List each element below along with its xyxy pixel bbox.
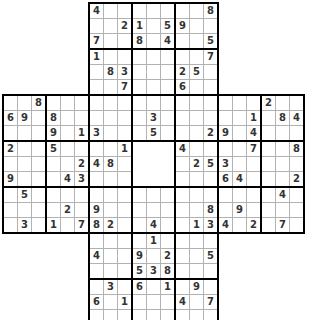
cell-r9c14[interactable]	[190, 126, 204, 142]
void-space	[276, 3, 290, 19]
cell-r3c14[interactable]	[190, 34, 204, 50]
cell-r19c8[interactable]: 3	[104, 279, 118, 295]
cell-r20c12[interactable]	[161, 295, 176, 310]
cell-r11c8[interactable]: 8	[104, 157, 118, 172]
cell-r13c17[interactable]	[233, 187, 247, 203]
cell-r3c10[interactable]: 8	[132, 34, 147, 50]
cell-r8c2[interactable]: 9	[18, 111, 32, 126]
cell-r16c8[interactable]	[104, 233, 118, 249]
cell-r15c8[interactable]: 2	[104, 218, 118, 234]
void-space	[61, 3, 75, 19]
cell-r12c6[interactable]: 3	[75, 172, 90, 188]
cell-r14c11[interactable]	[147, 203, 161, 218]
cell-r12c20[interactable]	[276, 172, 290, 188]
cell-r4c10[interactable]	[132, 49, 147, 65]
void-space	[18, 249, 32, 264]
cell-r13c8[interactable]	[104, 187, 118, 203]
cell-r11c9[interactable]	[118, 157, 133, 172]
cell-r7c9[interactable]	[118, 95, 133, 111]
cell-r10c19[interactable]	[261, 141, 276, 157]
cell-r11c15[interactable]: 5	[204, 157, 219, 172]
cell-r9c12[interactable]	[161, 126, 176, 142]
cell-r11c6[interactable]: 2	[75, 157, 90, 172]
cell-r7c17[interactable]	[233, 95, 247, 111]
cell-r13c2[interactable]: 5	[18, 187, 32, 203]
cell-r7c13[interactable]	[175, 95, 190, 111]
cell-r12c3[interactable]	[32, 172, 47, 188]
cell-r18c11[interactable]: 3	[147, 264, 161, 280]
cell-r2c10[interactable]: 1	[132, 19, 147, 34]
cell-r13c7[interactable]	[89, 187, 104, 203]
cell-r15c13[interactable]	[175, 218, 190, 234]
cell-r4c15[interactable]: 7	[204, 49, 219, 65]
cell-r13c20[interactable]: 4	[276, 187, 290, 203]
cell-r7c18[interactable]	[247, 95, 262, 111]
cell-r16c7[interactable]	[89, 233, 104, 249]
cell-r19c11[interactable]	[147, 279, 161, 295]
cell-r3c15[interactable]: 5	[204, 34, 219, 50]
cell-r3c9[interactable]	[118, 34, 133, 50]
cell-r3c7[interactable]: 7	[89, 34, 104, 50]
cell-r9c4[interactable]: 9	[46, 126, 61, 142]
cell-r9c21[interactable]	[290, 126, 305, 142]
cell-r5c7[interactable]	[89, 65, 104, 80]
cell-r8c5[interactable]	[61, 111, 75, 126]
cell-r15c15[interactable]: 3	[204, 218, 219, 234]
cell-r11c7[interactable]: 4	[89, 157, 104, 172]
cell-r8c14[interactable]	[190, 111, 204, 126]
cell-r9c2[interactable]	[18, 126, 32, 142]
cell-r15c14[interactable]: 1	[190, 218, 204, 234]
cell-r10c2[interactable]	[18, 141, 32, 157]
cell-r6c15[interactable]	[204, 80, 219, 96]
cell-r6c10[interactable]	[132, 80, 147, 96]
cell-r15c12[interactable]	[161, 218, 176, 234]
cell-r1c11[interactable]	[147, 3, 161, 19]
cell-r20c11[interactable]	[147, 295, 161, 310]
cell-r7c10[interactable]	[132, 95, 147, 111]
cell-r14c5[interactable]: 2	[61, 203, 75, 218]
cell-r11c3[interactable]	[32, 157, 47, 172]
cell-r9c7[interactable]: 3	[89, 126, 104, 142]
cell-r7c14[interactable]	[190, 95, 204, 111]
cell-r6c12[interactable]	[161, 80, 176, 96]
cell-r13c5[interactable]	[61, 187, 75, 203]
cell-r2c11[interactable]	[147, 19, 161, 34]
cell-r10c17[interactable]	[233, 141, 247, 157]
cell-r15c11[interactable]: 4	[147, 218, 161, 234]
cell-r14c15[interactable]: 8	[204, 203, 219, 218]
cell-r17c8[interactable]	[104, 249, 118, 264]
cell-r10c6[interactable]	[75, 141, 90, 157]
cell-r21c7[interactable]	[89, 310, 104, 320]
cell-r4c12[interactable]	[161, 49, 176, 65]
cell-r14c20[interactable]	[276, 203, 290, 218]
cell-r12c1[interactable]: 9	[3, 172, 18, 188]
cell-r5c12[interactable]	[161, 65, 176, 80]
cell-r12c17[interactable]: 4	[233, 172, 247, 188]
cell-r1c15[interactable]: 8	[204, 3, 219, 19]
cell-r13c9[interactable]	[118, 187, 133, 203]
cell-r13c19[interactable]	[261, 187, 276, 203]
cell-r7c2[interactable]	[18, 95, 32, 111]
cell-r9c18[interactable]: 4	[247, 126, 262, 142]
cell-r12c15[interactable]	[204, 172, 219, 188]
cell-r1c12[interactable]	[161, 3, 176, 19]
cell-r8c10[interactable]	[132, 111, 147, 126]
cell-r15c16[interactable]: 4	[218, 218, 233, 234]
cell-r14c21[interactable]	[290, 203, 305, 218]
cell-r4c9[interactable]	[118, 49, 133, 65]
cell-r20c15[interactable]: 7	[204, 295, 219, 310]
cell-r15c2[interactable]: 3	[18, 218, 32, 234]
cell-r19c7[interactable]	[89, 279, 104, 295]
cell-r21c11[interactable]	[147, 310, 161, 320]
cell-r7c3[interactable]: 8	[32, 95, 47, 111]
cell-r16c9[interactable]	[118, 233, 133, 249]
cell-r13c11[interactable]	[147, 187, 161, 203]
cell-r7c16[interactable]	[218, 95, 233, 111]
cell-r11c2[interactable]	[18, 157, 32, 172]
cell-r21c9[interactable]	[118, 310, 133, 320]
cell-r16c10[interactable]	[132, 233, 147, 249]
cell-r2c7[interactable]	[89, 19, 104, 34]
cell-r11c21[interactable]	[290, 157, 305, 172]
cell-r1c8[interactable]	[104, 3, 118, 19]
cell-r3c11[interactable]	[147, 34, 161, 50]
cell-r9c9[interactable]	[118, 126, 133, 142]
cell-r9c10[interactable]	[132, 126, 147, 142]
cell-r17c11[interactable]	[147, 249, 161, 264]
cell-r10c21[interactable]: 8	[290, 141, 305, 157]
cell-r11c16[interactable]: 3	[218, 157, 233, 172]
cell-r10c7[interactable]	[89, 141, 104, 157]
void-space	[218, 34, 233, 50]
cell-r6c14[interactable]	[190, 80, 204, 96]
cell-r9c19[interactable]	[261, 126, 276, 142]
cell-r8c7[interactable]	[89, 111, 104, 126]
cell-r1c7[interactable]: 4	[89, 3, 104, 19]
cell-r1c9[interactable]	[118, 3, 133, 19]
cell-r4c13[interactable]	[175, 49, 190, 65]
cell-r13c14[interactable]	[190, 187, 204, 203]
void-space	[132, 157, 147, 172]
cell-r10c16[interactable]	[218, 141, 233, 157]
cell-r12c4[interactable]	[46, 172, 61, 188]
cell-r4c7[interactable]: 1	[89, 49, 104, 65]
cell-r8c19[interactable]	[261, 111, 276, 126]
cell-r11c19[interactable]	[261, 157, 276, 172]
cell-r14c17[interactable]: 9	[233, 203, 247, 218]
cell-r13c15[interactable]	[204, 187, 219, 203]
cell-r12c21[interactable]: 2	[290, 172, 305, 188]
cell-r4c14[interactable]	[190, 49, 204, 65]
cell-r8c1[interactable]: 6	[3, 111, 18, 126]
cell-r10c14[interactable]	[190, 141, 204, 157]
cell-r16c11[interactable]: 1	[147, 233, 161, 249]
cell-r15c5[interactable]	[61, 218, 75, 234]
cell-r8c6[interactable]	[75, 111, 90, 126]
void-space	[233, 279, 247, 295]
cell-r6c8[interactable]	[104, 80, 118, 96]
cell-r14c9[interactable]	[118, 203, 133, 218]
cell-r10c3[interactable]	[32, 141, 47, 157]
void-space	[276, 295, 290, 310]
cell-r10c18[interactable]: 7	[247, 141, 262, 157]
void-space	[261, 65, 276, 80]
cell-r12c18[interactable]	[247, 172, 262, 188]
cell-r21c13[interactable]	[175, 310, 190, 320]
cell-r12c19[interactable]	[261, 172, 276, 188]
cell-r12c14[interactable]	[190, 172, 204, 188]
cell-r18c15[interactable]	[204, 264, 219, 280]
cell-r5c11[interactable]	[147, 65, 161, 80]
cell-r18c7[interactable]	[89, 264, 104, 280]
cell-r15c19[interactable]	[261, 218, 276, 234]
cell-r12c5[interactable]: 4	[61, 172, 75, 188]
cell-r15c9[interactable]	[118, 218, 133, 234]
cell-r7c15[interactable]	[204, 95, 219, 111]
cell-r5c13[interactable]: 2	[175, 65, 190, 80]
cell-r17c12[interactable]: 2	[161, 249, 176, 264]
cell-r20c14[interactable]	[190, 295, 204, 310]
cell-r2c15[interactable]	[204, 19, 219, 34]
cell-r7c5[interactable]	[61, 95, 75, 111]
cell-r4c11[interactable]	[147, 49, 161, 65]
cell-r21c10[interactable]	[132, 310, 147, 320]
cell-r9c20[interactable]	[276, 126, 290, 142]
cell-r10c9[interactable]: 1	[118, 141, 133, 157]
cell-r3c8[interactable]	[104, 34, 118, 50]
cell-r20c8[interactable]	[104, 295, 118, 310]
cell-r14c12[interactable]	[161, 203, 176, 218]
cell-r19c12[interactable]: 1	[161, 279, 176, 295]
cell-r13c12[interactable]	[161, 187, 176, 203]
cell-r14c13[interactable]	[175, 203, 190, 218]
cell-r12c8[interactable]	[104, 172, 118, 188]
cell-r11c13[interactable]	[175, 157, 190, 172]
cell-r17c10[interactable]: 9	[132, 249, 147, 264]
cell-r5c14[interactable]: 5	[190, 65, 204, 80]
cell-r2c8[interactable]	[104, 19, 118, 34]
cell-r12c2[interactable]	[18, 172, 32, 188]
cell-r10c5[interactable]	[61, 141, 75, 157]
cell-r18c14[interactable]	[190, 264, 204, 280]
cell-r5c10[interactable]	[132, 65, 147, 80]
cell-r9c8[interactable]	[104, 126, 118, 142]
cell-r10c13[interactable]: 4	[175, 141, 190, 157]
cell-r13c21[interactable]	[290, 187, 305, 203]
cell-r18c8[interactable]	[104, 264, 118, 280]
cell-r11c5[interactable]	[61, 157, 75, 172]
cell-r14c6[interactable]	[75, 203, 90, 218]
cell-r4c8[interactable]	[104, 49, 118, 65]
cell-r8c8[interactable]	[104, 111, 118, 126]
cell-r15c17[interactable]	[233, 218, 247, 234]
cell-r14c10[interactable]	[132, 203, 147, 218]
cell-r18c10[interactable]: 5	[132, 264, 147, 280]
cell-r8c15[interactable]	[204, 111, 219, 126]
cell-r15c3[interactable]	[32, 218, 47, 234]
cell-r9c6[interactable]: 1	[75, 126, 90, 142]
cell-r8c13[interactable]	[175, 111, 190, 126]
cell-r13c16[interactable]	[218, 187, 233, 203]
void-space	[247, 295, 262, 310]
cell-r8c16[interactable]	[218, 111, 233, 126]
cell-r8c4[interactable]: 8	[46, 111, 61, 126]
cell-r13c4[interactable]	[46, 187, 61, 203]
cell-r14c19[interactable]	[261, 203, 276, 218]
cell-r6c9[interactable]: 7	[118, 80, 133, 96]
cell-r19c9[interactable]	[118, 279, 133, 295]
cell-r2c14[interactable]	[190, 19, 204, 34]
cell-r7c19[interactable]: 2	[261, 95, 276, 111]
cell-r1c14[interactable]	[190, 3, 204, 19]
cell-r2c12[interactable]: 5	[161, 19, 176, 34]
cell-r19c14[interactable]: 9	[190, 279, 204, 295]
cell-r17c9[interactable]	[118, 249, 133, 264]
cell-r9c1[interactable]	[3, 126, 18, 142]
cell-r6c13[interactable]: 6	[175, 80, 190, 96]
cell-r1c10[interactable]	[132, 3, 147, 19]
cell-r9c17[interactable]	[233, 126, 247, 142]
cell-r9c5[interactable]	[61, 126, 75, 142]
cell-r2c13[interactable]: 9	[175, 19, 190, 34]
cell-r12c13[interactable]	[175, 172, 190, 188]
cell-r14c4[interactable]	[46, 203, 61, 218]
cell-r7c11[interactable]	[147, 95, 161, 111]
cell-r8c11[interactable]: 3	[147, 111, 161, 126]
void-space	[75, 49, 90, 65]
cell-r15c20[interactable]: 7	[276, 218, 290, 234]
cell-r7c20[interactable]	[276, 95, 290, 111]
cell-r13c10[interactable]	[132, 187, 147, 203]
cell-r13c3[interactable]	[32, 187, 47, 203]
cell-r7c6[interactable]	[75, 95, 90, 111]
cell-r15c6[interactable]: 7	[75, 218, 90, 234]
cell-r8c3[interactable]	[32, 111, 47, 126]
cell-r13c18[interactable]	[247, 187, 262, 203]
cell-r19c13[interactable]	[175, 279, 190, 295]
cell-r8c18[interactable]: 1	[247, 111, 262, 126]
cell-r5c15[interactable]	[204, 65, 219, 80]
cell-r17c7[interactable]: 4	[89, 249, 104, 264]
cell-r16c15[interactable]	[204, 233, 219, 249]
cell-r17c13[interactable]	[175, 249, 190, 264]
cell-r21c8[interactable]	[104, 310, 118, 320]
cell-r11c14[interactable]: 2	[190, 157, 204, 172]
cell-r15c1[interactable]	[3, 218, 18, 234]
cell-r15c21[interactable]	[290, 218, 305, 234]
cell-r19c10[interactable]: 6	[132, 279, 147, 295]
cell-r20c13[interactable]: 4	[175, 295, 190, 310]
cell-r15c7[interactable]: 8	[89, 218, 104, 234]
cell-r20c10[interactable]	[132, 295, 147, 310]
cell-r10c20[interactable]	[276, 141, 290, 157]
cell-r15c10[interactable]	[132, 218, 147, 234]
void-space	[276, 80, 290, 96]
cell-r7c21[interactable]	[290, 95, 305, 111]
cell-r13c6[interactable]	[75, 187, 90, 203]
cell-r1c13[interactable]	[175, 3, 190, 19]
void-space	[290, 310, 305, 320]
cell-r14c7[interactable]: 9	[89, 203, 104, 218]
cell-r18c9[interactable]	[118, 264, 133, 280]
cell-r13c1[interactable]	[3, 187, 18, 203]
cell-r9c15[interactable]: 2	[204, 126, 219, 142]
cell-r18c13[interactable]	[175, 264, 190, 280]
cell-r11c18[interactable]	[247, 157, 262, 172]
cell-r8c12[interactable]	[161, 111, 176, 126]
cell-r6c11[interactable]	[147, 80, 161, 96]
cell-r9c3[interactable]	[32, 126, 47, 142]
cell-r21c15[interactable]	[204, 310, 219, 320]
cell-r8c21[interactable]: 4	[290, 111, 305, 126]
cell-r17c15[interactable]: 5	[204, 249, 219, 264]
cell-r17c14[interactable]	[190, 249, 204, 264]
cell-r8c20[interactable]: 8	[276, 111, 290, 126]
cell-r10c8[interactable]	[104, 141, 118, 157]
cell-r11c17[interactable]	[233, 157, 247, 172]
cell-r9c11[interactable]: 5	[147, 126, 161, 142]
cell-r16c13[interactable]	[175, 233, 190, 249]
cell-r20c9[interactable]: 1	[118, 295, 133, 310]
cell-r14c14[interactable]	[190, 203, 204, 218]
cell-r14c1[interactable]	[3, 203, 18, 218]
cell-r7c8[interactable]	[104, 95, 118, 111]
cell-r14c8[interactable]	[104, 203, 118, 218]
cell-r3c12[interactable]: 4	[161, 34, 176, 50]
cell-r10c1[interactable]: 2	[3, 141, 18, 157]
cell-r8c9[interactable]	[118, 111, 133, 126]
cell-r15c18[interactable]: 2	[247, 218, 262, 234]
cell-r7c4[interactable]	[46, 95, 61, 111]
cell-r5c9[interactable]: 3	[118, 65, 133, 80]
cell-r16c14[interactable]	[190, 233, 204, 249]
cell-r13c13[interactable]	[175, 187, 190, 203]
cell-r11c20[interactable]	[276, 157, 290, 172]
cell-r7c7[interactable]	[89, 95, 104, 111]
cell-r2c9[interactable]: 2	[118, 19, 133, 34]
cell-r12c7[interactable]	[89, 172, 104, 188]
cell-r7c12[interactable]	[161, 95, 176, 111]
cell-r12c16[interactable]: 6	[218, 172, 233, 188]
cell-r12c9[interactable]	[118, 172, 133, 188]
cell-r14c18[interactable]	[247, 203, 262, 218]
cell-r10c4[interactable]: 5	[46, 141, 61, 157]
cell-r8c17[interactable]	[233, 111, 247, 126]
cell-r21c12[interactable]	[161, 310, 176, 320]
cell-r14c2[interactable]	[18, 203, 32, 218]
cell-r11c1[interactable]	[3, 157, 18, 172]
cell-r14c16[interactable]	[218, 203, 233, 218]
cell-r10c15[interactable]	[204, 141, 219, 157]
cell-r18c12[interactable]: 8	[161, 264, 176, 280]
cell-r19c15[interactable]	[204, 279, 219, 295]
cell-r11c4[interactable]	[46, 157, 61, 172]
cell-r7c1[interactable]	[3, 95, 18, 111]
cell-r3c13[interactable]	[175, 34, 190, 50]
cell-r20c7[interactable]: 6	[89, 295, 104, 310]
cell-r15c4[interactable]: 1	[46, 218, 61, 234]
cell-r6c7[interactable]	[89, 80, 104, 96]
cell-r21c14[interactable]	[190, 310, 204, 320]
cell-r14c3[interactable]	[32, 203, 47, 218]
cell-r9c13[interactable]	[175, 126, 190, 142]
cell-r16c12[interactable]	[161, 233, 176, 249]
cell-r9c16[interactable]: 9	[218, 126, 233, 142]
cell-r5c8[interactable]: 8	[104, 65, 118, 80]
